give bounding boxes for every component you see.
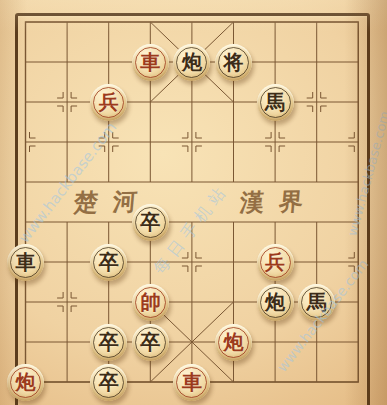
piece-red-chariot[interactable]: 車	[132, 44, 169, 81]
piece-red-cannon[interactable]: 炮	[215, 324, 252, 361]
piece-red-soldier[interactable]: 兵	[257, 244, 294, 281]
piece-glyph: 炮	[7, 364, 44, 401]
piece-red-chariot[interactable]: 車	[173, 364, 210, 401]
piece-glyph: 兵	[257, 244, 294, 281]
piece-glyph: 卒	[90, 364, 127, 401]
piece-red-soldier[interactable]: 兵	[90, 84, 127, 121]
piece-red-general[interactable]: 帥	[132, 284, 169, 321]
piece-black-chariot[interactable]: 車	[7, 244, 44, 281]
piece-glyph: 車	[7, 244, 44, 281]
xiangqi-board-screenshot: 楚河 漢界 車炮将兵馬卒車卒兵帥炮馬卒卒炮炮卒車 www.hackbase.co…	[0, 0, 387, 405]
piece-glyph: 卒	[90, 244, 127, 281]
piece-glyph: 帥	[132, 284, 169, 321]
piece-black-cannon[interactable]: 炮	[257, 284, 294, 321]
piece-glyph: 卒	[132, 204, 169, 241]
piece-glyph: 卒	[132, 324, 169, 361]
piece-black-general[interactable]: 将	[215, 44, 252, 81]
piece-red-cannon[interactable]: 炮	[7, 364, 44, 401]
piece-glyph: 車	[132, 44, 169, 81]
piece-glyph: 兵	[90, 84, 127, 121]
piece-glyph: 車	[173, 364, 210, 401]
piece-black-soldier[interactable]: 卒	[90, 364, 127, 401]
river-label-hanjie: 漢界	[239, 186, 320, 217]
piece-black-horse[interactable]: 馬	[257, 84, 294, 121]
piece-glyph: 炮	[215, 324, 252, 361]
piece-black-soldier[interactable]: 卒	[132, 204, 169, 241]
piece-glyph: 炮	[257, 284, 294, 321]
piece-black-soldier[interactable]: 卒	[132, 324, 169, 361]
piece-glyph: 将	[215, 44, 252, 81]
piece-glyph: 馬	[298, 284, 335, 321]
piece-black-soldier[interactable]: 卒	[90, 324, 127, 361]
piece-black-horse[interactable]: 馬	[298, 284, 335, 321]
piece-black-cannon[interactable]: 炮	[173, 44, 210, 81]
piece-glyph: 炮	[173, 44, 210, 81]
piece-glyph: 馬	[257, 84, 294, 121]
piece-black-soldier[interactable]: 卒	[90, 244, 127, 281]
piece-glyph: 卒	[90, 324, 127, 361]
